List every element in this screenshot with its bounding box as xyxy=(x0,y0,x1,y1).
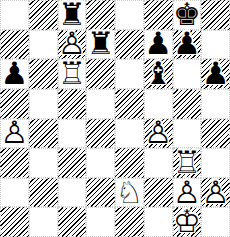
white-rook[interactable]: ♜♖ xyxy=(58,59,87,89)
square-h2[interactable]: ♟♙ xyxy=(201,178,230,208)
square-c1[interactable] xyxy=(58,207,87,237)
square-a6[interactable]: ♟♟ xyxy=(0,59,29,89)
square-f3[interactable] xyxy=(144,148,173,178)
white-pawn-icon: ♙ xyxy=(0,117,28,148)
square-g5[interactable] xyxy=(173,89,202,119)
square-h6[interactable]: ♟♟ xyxy=(201,59,230,89)
square-e1[interactable] xyxy=(115,207,144,237)
square-c4[interactable] xyxy=(58,119,87,149)
white-pawn[interactable]: ♟♙ xyxy=(144,119,173,149)
square-b8[interactable] xyxy=(29,0,58,30)
white-pawn-icon: ♙ xyxy=(202,176,230,207)
square-a4[interactable]: ♟♙ xyxy=(0,119,29,149)
white-pawn[interactable]: ♟♙ xyxy=(201,178,230,208)
square-d3[interactable] xyxy=(86,148,115,178)
black-pawn[interactable]: ♟♟ xyxy=(201,59,230,89)
square-b5[interactable] xyxy=(29,89,58,119)
square-e6[interactable] xyxy=(115,59,144,89)
square-b7[interactable] xyxy=(29,30,58,60)
square-a2[interactable] xyxy=(0,178,29,208)
square-e7[interactable] xyxy=(115,30,144,60)
black-bishop[interactable]: ♝♝ xyxy=(144,59,173,89)
square-g6[interactable] xyxy=(173,59,202,89)
white-pawn-icon: ♙ xyxy=(144,117,172,148)
square-b6[interactable] xyxy=(29,59,58,89)
square-d2[interactable] xyxy=(86,178,115,208)
square-f1[interactable] xyxy=(144,207,173,237)
square-f2[interactable] xyxy=(144,178,173,208)
square-g1[interactable]: ♚♔ xyxy=(173,207,202,237)
square-g7[interactable]: ♟♟ xyxy=(173,30,202,60)
white-rook-icon: ♖ xyxy=(58,58,86,89)
square-b2[interactable] xyxy=(29,178,58,208)
square-h4[interactable] xyxy=(201,119,230,149)
square-e2[interactable]: ♞♘ xyxy=(115,178,144,208)
square-b1[interactable] xyxy=(29,207,58,237)
chess-board: ♜♜♚♚♟♙♜♜♟♟♟♟♟♟♜♖♝♝♟♟♟♙♟♙♜♖♞♘♟♙♟♙♚♔ xyxy=(0,0,230,237)
square-c2[interactable] xyxy=(58,178,87,208)
black-bishop-icon: ♝ xyxy=(144,58,172,89)
square-d5[interactable] xyxy=(86,89,115,119)
white-knight[interactable]: ♞♘ xyxy=(115,178,144,208)
black-rook-icon: ♜ xyxy=(87,28,115,59)
black-pawn-icon: ♟ xyxy=(202,58,230,89)
square-h1[interactable] xyxy=(201,207,230,237)
square-b3[interactable] xyxy=(29,148,58,178)
white-king[interactable]: ♚♔ xyxy=(173,207,202,237)
square-c3[interactable] xyxy=(58,148,87,178)
square-d1[interactable] xyxy=(86,207,115,237)
square-c6[interactable]: ♜♖ xyxy=(58,59,87,89)
square-a1[interactable] xyxy=(0,207,29,237)
white-pawn[interactable]: ♟♙ xyxy=(0,119,29,149)
square-f6[interactable]: ♝♝ xyxy=(144,59,173,89)
square-c5[interactable] xyxy=(58,89,87,119)
black-pawn-icon: ♟ xyxy=(0,58,28,89)
square-d4[interactable] xyxy=(86,119,115,149)
square-b4[interactable] xyxy=(29,119,58,149)
square-d6[interactable] xyxy=(86,59,115,89)
black-rook[interactable]: ♜♜ xyxy=(86,30,115,60)
square-a3[interactable] xyxy=(0,148,29,178)
square-f4[interactable]: ♟♙ xyxy=(144,119,173,149)
square-d7[interactable]: ♜♜ xyxy=(86,30,115,60)
black-pawn[interactable]: ♟♟ xyxy=(0,59,29,89)
white-knight-icon: ♘ xyxy=(115,176,143,207)
square-e4[interactable] xyxy=(115,119,144,149)
black-pawn[interactable]: ♟♟ xyxy=(173,30,202,60)
black-pawn-icon: ♟ xyxy=(173,28,201,59)
square-e8[interactable] xyxy=(115,0,144,30)
white-king-icon: ♔ xyxy=(173,206,201,237)
square-a8[interactable] xyxy=(0,0,29,30)
square-h5[interactable] xyxy=(201,89,230,119)
square-e5[interactable] xyxy=(115,89,144,119)
square-h8[interactable] xyxy=(201,0,230,30)
